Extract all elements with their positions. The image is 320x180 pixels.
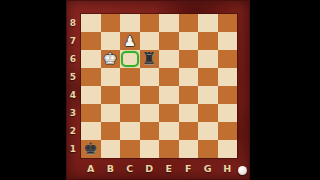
square-a6[interactable]	[81, 50, 101, 68]
square-d2[interactable]	[140, 122, 160, 140]
square-f4[interactable]	[179, 86, 199, 104]
square-h6[interactable]	[218, 50, 238, 68]
square-b1[interactable]	[101, 140, 121, 158]
white-to-move-indicator	[238, 166, 247, 175]
rank-label-7: 7	[66, 32, 80, 50]
square-e5[interactable]	[159, 68, 179, 86]
square-c1[interactable]	[120, 140, 140, 158]
black-king-a1[interactable]: ♚	[84, 140, 98, 158]
square-c3[interactable]	[120, 104, 140, 122]
file-label-b: B	[101, 161, 121, 176]
square-h1[interactable]	[218, 140, 238, 158]
square-d3[interactable]	[140, 104, 160, 122]
square-f7[interactable]	[179, 32, 199, 50]
square-f2[interactable]	[179, 122, 199, 140]
file-label-a: A	[81, 161, 101, 176]
square-h2[interactable]	[218, 122, 238, 140]
square-e8[interactable]	[159, 14, 179, 32]
square-e1[interactable]	[159, 140, 179, 158]
square-c5[interactable]	[120, 68, 140, 86]
square-d5[interactable]	[140, 68, 160, 86]
square-b5[interactable]	[101, 68, 121, 86]
square-c8[interactable]	[120, 14, 140, 32]
square-h4[interactable]	[218, 86, 238, 104]
square-a7[interactable]	[81, 32, 101, 50]
square-b7[interactable]	[101, 32, 121, 50]
square-c2[interactable]	[120, 122, 140, 140]
square-f5[interactable]	[179, 68, 199, 86]
square-c6[interactable]	[120, 50, 140, 68]
highlight-ring	[121, 51, 139, 67]
square-g2[interactable]	[198, 122, 218, 140]
file-label-e: E	[159, 161, 179, 176]
square-b8[interactable]	[101, 14, 121, 32]
square-b2[interactable]	[101, 122, 121, 140]
square-d7[interactable]	[140, 32, 160, 50]
square-g5[interactable]	[198, 68, 218, 86]
file-label-h: H	[218, 161, 238, 176]
square-d6[interactable]: ♜	[140, 50, 160, 68]
rank-label-3: 3	[66, 104, 80, 122]
square-e2[interactable]	[159, 122, 179, 140]
square-f1[interactable]	[179, 140, 199, 158]
white-pawn-c7[interactable]: ♟	[123, 32, 136, 50]
square-g1[interactable]	[198, 140, 218, 158]
rank-label-5: 5	[66, 68, 80, 86]
square-b6[interactable]: ♚	[101, 50, 121, 68]
square-g3[interactable]	[198, 104, 218, 122]
square-e6[interactable]	[159, 50, 179, 68]
square-a1[interactable]: ♚	[81, 140, 101, 158]
square-b3[interactable]	[101, 104, 121, 122]
square-d1[interactable]	[140, 140, 160, 158]
square-f8[interactable]	[179, 14, 199, 32]
square-g6[interactable]	[198, 50, 218, 68]
square-f3[interactable]	[179, 104, 199, 122]
square-g4[interactable]	[198, 86, 218, 104]
square-a8[interactable]	[81, 14, 101, 32]
square-b4[interactable]	[101, 86, 121, 104]
square-a3[interactable]	[81, 104, 101, 122]
square-e3[interactable]	[159, 104, 179, 122]
square-d4[interactable]	[140, 86, 160, 104]
chess-board: ♟♚♜♚ 87654321 ABCDEFGH	[66, 0, 250, 180]
square-c7[interactable]: ♟	[120, 32, 140, 50]
square-h5[interactable]	[218, 68, 238, 86]
square-a2[interactable]	[81, 122, 101, 140]
white-king-b6[interactable]: ♚	[103, 50, 117, 68]
file-label-f: F	[179, 161, 199, 176]
black-rook-d6[interactable]: ♜	[142, 50, 156, 68]
rank-label-1: 1	[66, 140, 80, 158]
square-g8[interactable]	[198, 14, 218, 32]
square-e7[interactable]	[159, 32, 179, 50]
file-label-g: G	[198, 161, 218, 176]
square-h8[interactable]	[218, 14, 238, 32]
board-squares: ♟♚♜♚	[81, 14, 237, 158]
rank-label-2: 2	[66, 122, 80, 140]
square-h7[interactable]	[218, 32, 238, 50]
square-a4[interactable]	[81, 86, 101, 104]
rank-label-8: 8	[66, 14, 80, 32]
rank-label-4: 4	[66, 86, 80, 104]
rank-label-6: 6	[66, 50, 80, 68]
square-a5[interactable]	[81, 68, 101, 86]
file-label-d: D	[140, 161, 160, 176]
square-f6[interactable]	[179, 50, 199, 68]
square-h3[interactable]	[218, 104, 238, 122]
square-d8[interactable]	[140, 14, 160, 32]
file-label-c: C	[120, 161, 140, 176]
square-g7[interactable]	[198, 32, 218, 50]
square-e4[interactable]	[159, 86, 179, 104]
square-c4[interactable]	[120, 86, 140, 104]
